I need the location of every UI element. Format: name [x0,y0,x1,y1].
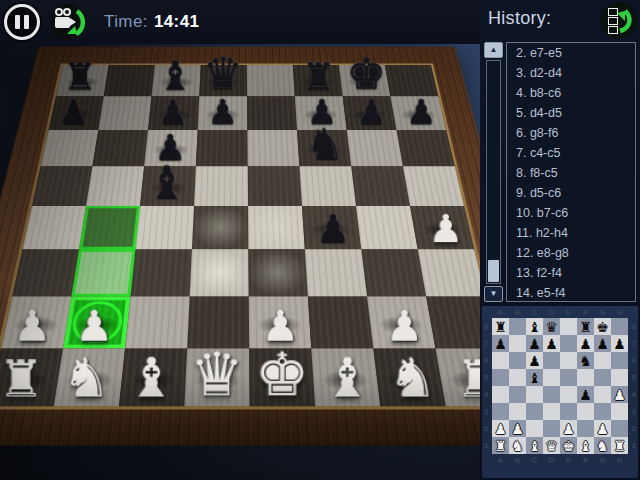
mini-square-g7: ♟ [594,335,611,352]
mini-piece-f8: ♜ [579,319,592,335]
mini-piece-f4: ♟ [579,387,592,403]
mini-square-c2 [526,420,543,437]
mini-square-a5 [492,369,509,386]
camera-rotate-button[interactable] [50,4,86,40]
square-f5[interactable] [299,166,356,206]
square-d8[interactable]: ♛ [199,65,247,96]
coord-label: F [577,308,594,317]
mini-board-rank-labels-right: 87654321 [632,318,636,454]
square-f3[interactable] [305,249,367,296]
coord-label: 8 [484,318,488,335]
coord-label: 5 [632,369,636,386]
piece-shadow [159,77,195,88]
piece-shadow [12,316,60,334]
piece-shadow [65,370,115,390]
board-3d-squares: ♜♝♛♜♚♟♟♟♟♟♟♟♞♝♟♟♟♟♟♟♜♞♝♛♚♝♞♜ [0,63,480,409]
mini-piece-g8: ♚ [596,319,609,335]
mini-board-file-labels-top: ABCDEFGH [492,308,628,317]
square-d7[interactable]: ♟ [198,96,248,130]
mini-square-b1: ♞ [509,437,526,454]
mini-board-rank-labels-left: 87654321 [484,318,488,454]
coord-label: 6 [484,352,488,369]
mini-square-f3 [577,403,594,420]
square-f8[interactable]: ♜ [293,65,343,96]
history-move: 3. d2-d4 [507,63,635,83]
square-h7[interactable]: ♟ [390,96,446,130]
square-h5[interactable] [403,166,464,206]
piece-shadow [129,370,178,390]
square-h6[interactable] [396,130,454,166]
piece-shadow [64,77,101,88]
square-d5[interactable] [194,166,248,206]
mini-board-grid: ♜♝♛♜♚♟♟♟♟♟♟♟♞♝♟♟♟♟♟♟♜♞♝♛♚♝♞♜ [492,318,628,454]
undo-arrow-icon [600,2,637,39]
mini-piece-f6: ♞ [579,353,592,369]
history-move: 11. h2-h4 [507,223,635,243]
square-e1[interactable]: ♚ [249,349,315,407]
coord-label: D [543,456,560,465]
square-h2[interactable] [426,297,480,349]
mini-square-g4 [594,386,611,403]
square-f6[interactable]: ♞ [297,130,351,166]
mini-square-a3 [492,403,509,420]
coord-label: 7 [632,335,636,352]
piece-shadow [205,109,241,120]
black-king-g8: ♚ [343,51,391,95]
mini-square-h5 [611,369,628,386]
mini-square-d2 [543,420,560,437]
square-c2[interactable] [125,297,190,349]
mini-square-a2: ♟ [492,420,509,437]
pause-button[interactable] [4,4,40,40]
coord-label: F [577,456,594,465]
mini-square-h3 [611,403,628,420]
piece-shadow [57,109,95,120]
rotate-arrow-icon [50,4,87,41]
history-move: 8. f8-c5 [507,163,635,183]
mini-square-c8: ♝ [526,318,543,335]
square-c7[interactable]: ♟ [148,96,199,130]
square-e2[interactable]: ♟ [249,297,312,349]
scrollbar-thumb[interactable] [488,260,499,282]
mini-square-g8: ♚ [594,318,611,335]
piece-shadow [420,222,464,237]
square-b7[interactable] [98,96,151,130]
history-scrollbar: ▲ ▼ [484,42,503,302]
mini-square-h2 [611,420,628,437]
history-move-list: 2. e7-e53. d2-d44. b8-c65. d4-d56. g8-f6… [506,42,636,302]
square-a2[interactable]: ♟ [1,297,71,349]
piece-shadow [310,222,352,237]
square-e5[interactable] [248,166,302,206]
square-h8[interactable] [385,65,438,96]
mini-square-c1: ♝ [526,437,543,454]
mini-piece-d1: ♛ [545,438,558,454]
mini-board: ABCDEFGH 87654321 ♜♝♛♜♚♟♟♟♟♟♟♟♞♝♟♟♟♟♟♟♜♞… [482,306,638,478]
mini-square-e6 [560,352,577,369]
scene-3d: ♜♝♛♜♚♟♟♟♟♟♟♟♞♝♟♟♟♟♟♟♜♞♝♛♚♝♞♜ [0,0,480,480]
piece-shadow [384,370,434,390]
square-e7[interactable] [247,96,297,130]
mini-square-a6 [492,352,509,369]
mini-piece-b2: ♟ [511,421,524,437]
mini-square-e5 [560,369,577,386]
square-c8[interactable]: ♝ [152,65,201,96]
history-title: History: [488,8,551,29]
mini-square-f7: ♟ [577,335,594,352]
square-a5[interactable] [32,166,92,206]
coord-label: 1 [484,437,488,454]
history-move: 13. f2-f4 [507,263,635,283]
mini-piece-e2: ♟ [562,421,575,437]
coord-label: 3 [484,403,488,420]
square-a1[interactable]: ♜ [0,349,63,407]
mini-square-d5 [543,369,560,386]
piece-shadow [193,370,241,390]
coord-label: B [509,308,526,317]
mini-piece-h4: ♟ [613,387,626,403]
square-a3[interactable] [12,249,79,296]
mini-square-e8 [560,318,577,335]
history-move: 9. d5-c6 [507,183,635,203]
mini-square-b6 [509,352,526,369]
piece-shadow [351,109,389,120]
mini-square-h6 [611,352,628,369]
mini-square-h4: ♟ [611,386,628,403]
mini-board-file-labels-bottom: ABCDEFGH [492,456,628,465]
mini-square-a1: ♜ [492,437,509,454]
square-c1[interactable]: ♝ [119,349,187,407]
piece-shadow [300,77,336,88]
mini-square-h1: ♜ [611,437,628,454]
square-c5[interactable]: ♝ [140,166,196,206]
black-pawn-f4: ♟ [305,210,361,249]
piece-shadow [258,370,306,390]
history-move: 7. c4-c5 [507,143,635,163]
square-g3[interactable] [361,249,426,296]
history-move: 10. b7-c6 [507,203,635,223]
mini-piece-g1: ♞ [596,438,609,454]
square-d1[interactable]: ♛ [184,349,249,407]
mini-square-e3 [560,403,577,420]
mini-square-b3 [509,403,526,420]
square-g6[interactable] [347,130,403,166]
pause-icon [15,15,20,29]
coord-label: 2 [484,420,488,437]
scrollbar-track[interactable] [486,60,501,284]
mini-square-c7: ♟ [526,335,543,352]
mini-piece-g7: ♟ [596,336,609,352]
mini-piece-g2: ♟ [596,421,609,437]
mini-piece-c1: ♝ [528,438,541,454]
scroll-up-button[interactable]: ▲ [484,42,503,58]
chessboard-3d: ♜♝♛♜♚♟♟♟♟♟♟♟♞♝♟♟♟♟♟♟♜♞♝♛♚♝♞♜ [0,0,480,480]
square-d2[interactable] [187,297,249,349]
mini-square-h8 [611,318,628,335]
time-value: 14:41 [154,12,199,31]
square-f7[interactable]: ♟ [295,96,347,130]
square-d3[interactable] [190,249,249,296]
history-list-area: ▲ ▼ 2. e7-e53. d2-d44. b8-c65. d4-d56. g… [484,42,636,302]
coord-label: 4 [632,386,636,403]
square-b5[interactable] [86,166,144,206]
mini-square-d6 [543,352,560,369]
square-d6[interactable] [196,130,248,166]
mini-piece-h1: ♜ [613,438,626,454]
replay-moves-button[interactable] [600,2,637,39]
coord-label: 2 [632,420,636,437]
square-g2[interactable]: ♟ [367,297,435,349]
piece-shadow [377,316,425,334]
mini-square-b2: ♟ [509,420,526,437]
mini-piece-a1: ♜ [494,438,507,454]
mini-square-d7: ♟ [543,335,560,352]
square-b8[interactable] [104,65,155,96]
square-g7[interactable]: ♟ [343,96,397,130]
coord-label: G [594,308,611,317]
mini-piece-h7: ♟ [613,336,626,352]
mini-square-b8 [509,318,526,335]
time-label: Time: [104,12,148,31]
mini-piece-c5: ♝ [528,370,541,386]
piece-shadow [148,181,188,195]
square-f1[interactable]: ♝ [311,349,380,407]
square-c4[interactable] [135,206,194,249]
square-g4[interactable] [356,206,418,249]
mini-square-a7: ♟ [492,335,509,352]
coord-label: 5 [484,369,488,386]
square-c6[interactable]: ♟ [144,130,198,166]
mini-piece-c8: ♝ [528,319,541,335]
history-move: 12. e8-g8 [507,243,635,263]
square-b4[interactable] [79,206,140,249]
piece-shadow [305,144,344,156]
square-e4[interactable] [248,206,305,249]
square-g5[interactable] [351,166,410,206]
black-bishop-c8: ♝ [152,56,200,96]
mini-piece-a8: ♜ [494,319,507,335]
coord-label: E [560,456,577,465]
piece-shadow [73,316,120,334]
square-b6[interactable] [92,130,148,166]
mini-piece-e1: ♚ [562,438,575,454]
square-a6[interactable] [41,130,99,166]
coord-label: 8 [632,318,636,335]
mini-square-e7 [560,335,577,352]
coord-label: H [611,308,628,317]
history-panel: History: ▲ ▼ 2. e7-e53. d2-d44. b8-c65. … [480,0,640,480]
white-pawn-a2: ♟ [1,305,63,347]
square-g8[interactable]: ♚ [339,65,391,96]
mini-square-b4 [509,386,526,403]
coord-label: D [543,308,560,317]
square-a7[interactable]: ♟ [49,96,104,130]
mini-square-e2: ♟ [560,420,577,437]
mini-square-f4: ♟ [577,386,594,403]
mini-piece-c6: ♟ [528,353,541,369]
mini-square-f8: ♜ [577,318,594,335]
mini-square-b5 [509,369,526,386]
mini-square-d8: ♛ [543,318,560,335]
game-timer: Time:14:41 [104,12,199,32]
mini-square-g6 [594,352,611,369]
mini-piece-f7: ♟ [579,336,592,352]
mini-piece-f1: ♝ [579,438,592,454]
mini-square-f5 [577,369,594,386]
piece-shadow [346,77,382,88]
piece-shadow [0,370,51,390]
history-move: 4. b8-c6 [507,83,635,103]
piece-shadow [257,316,303,334]
coord-label: H [611,456,628,465]
mini-piece-a7: ♟ [494,336,507,352]
mini-square-d4 [543,386,560,403]
coord-label: B [509,456,526,465]
black-bishop-c5: ♝ [140,160,194,205]
scroll-down-button[interactable]: ▼ [484,286,503,302]
white-pawn-h4: ♟ [418,210,474,249]
mini-piece-d8: ♛ [545,319,558,335]
mini-square-c6: ♟ [526,352,543,369]
coord-label: C [526,456,543,465]
coord-label: 7 [484,335,488,352]
square-a8[interactable]: ♜ [56,65,109,96]
white-pawn-g2: ♟ [373,305,435,347]
coord-label: A [492,456,509,465]
mini-square-f1: ♝ [577,437,594,454]
square-h4[interactable]: ♟ [410,206,474,249]
top-bar: Time:14:41 [0,0,480,44]
piece-shadow [448,370,480,390]
mini-square-b7 [509,335,526,352]
piece-shadow [302,109,339,120]
mini-square-g1: ♞ [594,437,611,454]
mini-piece-a2: ♟ [494,421,507,437]
coord-label: E [560,308,577,317]
white-pawn-e2: ♟ [249,305,311,347]
coord-label: 6 [632,352,636,369]
mini-square-e1: ♚ [560,437,577,454]
mini-square-c5: ♝ [526,369,543,386]
coord-label: 4 [484,386,488,403]
history-move: 5. d4-d5 [507,103,635,123]
square-b1[interactable]: ♞ [54,349,125,407]
coord-label: G [594,456,611,465]
mini-square-d1: ♛ [543,437,560,454]
mini-square-g3 [594,403,611,420]
mini-square-a8: ♜ [492,318,509,335]
square-f2[interactable] [308,297,373,349]
mini-square-a4 [492,386,509,403]
piece-shadow [399,109,438,120]
coord-label: 1 [632,437,636,454]
mini-piece-b1: ♞ [511,438,524,454]
black-queen-d8: ♛ [199,51,247,95]
coord-label: A [492,308,509,317]
square-c3[interactable] [130,249,191,296]
square-g1[interactable]: ♞ [373,349,445,407]
square-b3[interactable] [71,249,135,296]
square-e8[interactable] [247,65,295,96]
mini-square-f6: ♞ [577,352,594,369]
history-move: 14. e5-f4 [507,283,635,302]
selected-ring [69,301,124,343]
mini-square-e4 [560,386,577,403]
square-a4[interactable] [23,206,86,249]
coord-label: 3 [632,403,636,420]
history-move: 2. e7-e5 [507,43,635,63]
chessboard-frame: ♜♝♛♜♚♟♟♟♟♟♟♟♞♝♟♟♟♟♟♟♜♞♝♛♚♝♞♜ [0,47,480,446]
piece-shadow [152,144,191,156]
coord-label: C [526,308,543,317]
mini-piece-d7: ♟ [545,336,558,352]
history-move: 6. g8-f6 [507,123,635,143]
square-e6[interactable] [247,130,299,166]
mini-square-g2: ♟ [594,420,611,437]
piece-shadow [321,370,370,390]
square-h3[interactable] [418,249,480,296]
mini-square-c3 [526,403,543,420]
square-f4[interactable]: ♟ [302,206,361,249]
piece-shadow [206,77,241,88]
square-b2[interactable]: ♟ [63,297,131,349]
mini-square-h7: ♟ [611,335,628,352]
mini-square-g5 [594,369,611,386]
mini-square-f2 [577,420,594,437]
square-e3[interactable] [248,249,308,296]
piece-shadow [155,109,192,120]
mini-square-d3 [543,403,560,420]
square-d4[interactable] [192,206,248,249]
mini-piece-c7: ♟ [528,336,541,352]
mini-square-c4 [526,386,543,403]
